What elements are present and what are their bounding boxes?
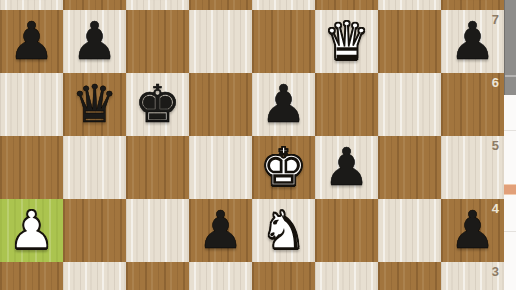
square-c8[interactable]: ♝: [126, 0, 189, 10]
side-panel-seam: [504, 231, 516, 232]
square-b7[interactable]: ♟: [63, 10, 126, 73]
square-f6[interactable]: [315, 73, 378, 136]
scroll-position-marker: [504, 184, 516, 195]
square-g6[interactable]: [378, 73, 441, 136]
side-panel-seam: [504, 130, 516, 131]
square-c4[interactable]: [126, 199, 189, 262]
rank-label-3: 3: [485, 265, 499, 279]
piece-white-knight-e4[interactable]: ♞: [260, 199, 307, 262]
square-a5[interactable]: [0, 136, 63, 199]
piece-black-pawn-d4[interactable]: ♟: [197, 199, 244, 262]
piece-white-pawn-a4[interactable]: ♟: [8, 199, 55, 262]
square-b4[interactable]: [63, 199, 126, 262]
square-a6[interactable]: [0, 73, 63, 136]
square-b3[interactable]: [63, 262, 126, 290]
square-e4[interactable]: ♞: [252, 199, 315, 262]
square-d3[interactable]: [189, 262, 252, 290]
square-d8[interactable]: [189, 0, 252, 10]
square-e8[interactable]: [252, 0, 315, 10]
square-b5[interactable]: [63, 136, 126, 199]
square-f4[interactable]: [315, 199, 378, 262]
square-b6[interactable]: ♛: [63, 73, 126, 136]
piece-black-bishop-c8[interactable]: ♝: [134, 0, 181, 10]
square-g5[interactable]: [378, 136, 441, 199]
piece-black-pawn-e6[interactable]: ♟: [260, 73, 307, 136]
piece-white-queen-f7[interactable]: ♛: [323, 10, 370, 73]
square-e6[interactable]: ♟: [252, 73, 315, 136]
square-d4[interactable]: ♟: [189, 199, 252, 262]
piece-black-rook-a8[interactable]: ♜: [8, 0, 55, 10]
square-c7[interactable]: [126, 10, 189, 73]
square-c6[interactable]: ♚: [126, 73, 189, 136]
side-panel-seam: [505, 75, 516, 77]
square-f3[interactable]: [315, 262, 378, 290]
rank-label-4: 4: [485, 202, 499, 216]
square-a3[interactable]: [0, 262, 63, 290]
square-g3[interactable]: [378, 262, 441, 290]
side-panel-dark-section: [504, 0, 516, 95]
rank-label-6: 6: [485, 76, 499, 90]
square-g4[interactable]: [378, 199, 441, 262]
square-c3[interactable]: [126, 262, 189, 290]
square-d7[interactable]: [189, 10, 252, 73]
square-f5[interactable]: ♟: [315, 136, 378, 199]
square-d5[interactable]: [189, 136, 252, 199]
square-h8[interactable]: ♜: [441, 0, 504, 10]
square-a8[interactable]: ♜: [0, 0, 63, 10]
square-a4[interactable]: ♟: [0, 199, 63, 262]
chess-board: ♜♝♜♟♟♛♟♛♚♟♚♟♟♟♞♟76543: [0, 0, 504, 290]
piece-black-pawn-b7[interactable]: ♟: [71, 10, 118, 73]
square-e7[interactable]: [252, 10, 315, 73]
square-g7[interactable]: [378, 10, 441, 73]
square-f7[interactable]: ♛: [315, 10, 378, 73]
square-d6[interactable]: [189, 73, 252, 136]
piece-black-pawn-f5[interactable]: ♟: [323, 136, 370, 199]
chess-app-screenshot: ♜♝♜♟♟♛♟♛♚♟♚♟♟♟♞♟76543: [0, 0, 516, 290]
square-f8[interactable]: [315, 0, 378, 10]
rank-label-5: 5: [485, 139, 499, 153]
square-g8[interactable]: [378, 0, 441, 10]
side-panel-sliver: [504, 0, 516, 290]
piece-black-queen-b6[interactable]: ♛: [71, 73, 118, 136]
piece-white-king-e5[interactable]: ♚: [260, 136, 307, 199]
piece-black-king-c6[interactable]: ♚: [134, 73, 181, 136]
square-c5[interactable]: [126, 136, 189, 199]
rank-label-7: 7: [485, 13, 499, 27]
square-a7[interactable]: ♟: [0, 10, 63, 73]
piece-black-pawn-a7[interactable]: ♟: [8, 10, 55, 73]
piece-black-rook-h8[interactable]: ♜: [449, 0, 496, 10]
square-b8[interactable]: [63, 0, 126, 10]
square-e3[interactable]: [252, 262, 315, 290]
square-e5[interactable]: ♚: [252, 136, 315, 199]
